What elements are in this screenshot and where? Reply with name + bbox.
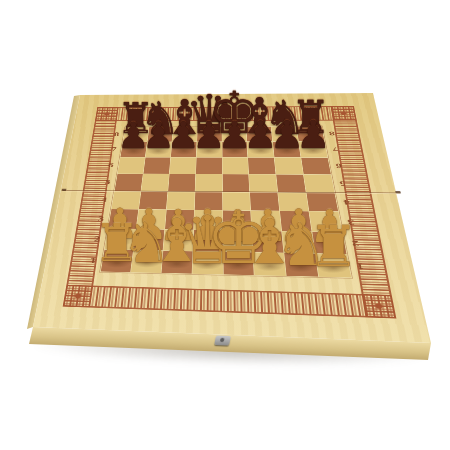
fold-hinge-gap-right xyxy=(395,191,401,193)
square-f5[interactable] xyxy=(249,174,277,192)
rank-label-left-7: 7 xyxy=(111,147,117,152)
square-g5[interactable] xyxy=(276,174,305,192)
square-c6[interactable] xyxy=(169,157,195,173)
square-b6[interactable] xyxy=(143,157,170,173)
rank-label-left-6: 6 xyxy=(107,163,114,168)
piece-black-pawn-h7[interactable]: ♟ xyxy=(296,116,331,155)
square-e6[interactable] xyxy=(222,158,248,174)
meander-corner xyxy=(95,107,119,121)
rank-label-left-5: 5 xyxy=(104,179,111,185)
square-h6[interactable] xyxy=(301,158,330,175)
rank-label-right-5: 5 xyxy=(339,180,347,186)
square-d6[interactable] xyxy=(196,157,222,173)
square-e5[interactable] xyxy=(222,174,249,191)
square-f6[interactable] xyxy=(248,158,275,174)
square-d5[interactable] xyxy=(195,174,222,191)
latch-clasp-icon xyxy=(214,335,231,345)
rank-label-right-7: 7 xyxy=(332,147,339,152)
square-a6[interactable] xyxy=(118,157,145,173)
square-h5[interactable] xyxy=(304,175,334,193)
meander-border-bottom xyxy=(63,285,397,319)
product-photo-scene: 8765432187654321 ♜♞♝♛♚♝♞♜♟♟♟♟♟♟♟♟♟♟♟♟♟♟♟… xyxy=(0,0,450,450)
piece-white-rook-h1[interactable]: ♜ xyxy=(308,217,359,274)
square-c5[interactable] xyxy=(168,174,195,191)
square-a5[interactable] xyxy=(115,174,143,191)
meander-corner xyxy=(362,294,397,319)
square-g6[interactable] xyxy=(275,158,303,175)
meander-corner xyxy=(63,285,94,308)
square-b5[interactable] xyxy=(141,174,169,191)
fold-hinge-gap-left xyxy=(61,189,66,191)
rank-label-right-6: 6 xyxy=(335,163,342,169)
meander-corner xyxy=(331,106,357,120)
